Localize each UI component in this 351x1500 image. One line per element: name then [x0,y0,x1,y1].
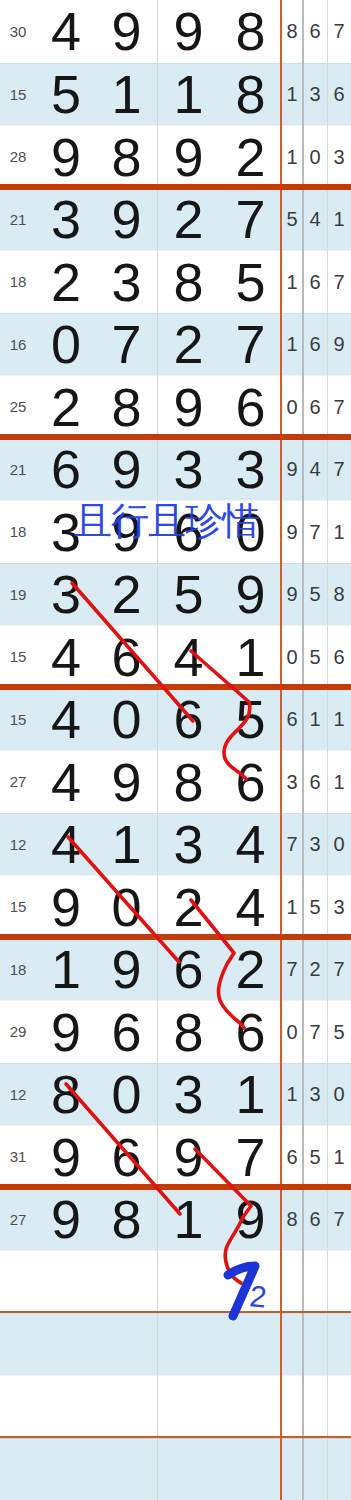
trend-row: 213927541 [0,188,351,251]
digit-cell: 3 [36,192,95,246]
digit-cell: 6 [95,1130,157,1184]
trend-row: 274986361 [0,750,351,813]
trend-row: 181962727 [0,938,351,1001]
extra-digit-cell: 5 [281,209,303,229]
extra-digit-cell: 1 [327,709,351,729]
trend-row: 319697651 [0,1125,351,1188]
digit-cell: 8 [36,1067,95,1121]
row-sum-label: 27 [0,1212,36,1227]
row-sum-label: 21 [0,212,36,227]
row-sum-label: 30 [0,24,36,39]
extra-digit-cell: 6 [327,84,351,104]
digit-cell: 2 [157,192,219,246]
digit-cell: 1 [36,942,95,996]
row-sum-label: 19 [0,587,36,602]
digit-cell: 8 [95,1192,157,1246]
row-sum-label: 18 [0,274,36,289]
trend-row: 154065611 [0,688,351,751]
row-sum-label: 12 [0,837,36,852]
extra-digit-cell: 9 [281,459,303,479]
extra-digit-cell: 1 [281,272,303,292]
grid-vline-orange [280,0,282,1500]
extra-digit-cell: 7 [327,959,351,979]
digit-cell: 8 [95,380,157,434]
extra-digit-cell: 3 [327,147,351,167]
trend-row: 182385167 [0,250,351,313]
extra-digit-cell: 7 [281,834,303,854]
row-sum-label: 15 [0,712,36,727]
digit-cell: 3 [36,567,95,621]
digit-cell: 1 [95,67,157,121]
extra-digit-cell: 6 [281,1147,303,1167]
trend-row: 159024153 [0,875,351,938]
extra-digit-cell: 0 [327,1084,351,1104]
extra-digit-cell: 4 [303,459,327,479]
footer-rule [0,1311,351,1313]
row-sum-label: 27 [0,774,36,789]
trend-row: 304998867 [0,0,351,63]
extra-digit-cell: 6 [303,334,327,354]
extra-digit-cell: 7 [281,959,303,979]
extra-digit-cell: 0 [281,647,303,667]
extra-digit-cell: 8 [281,21,303,41]
trend-row: 128031130 [0,1063,351,1126]
extra-digit-cell: 1 [281,1084,303,1104]
digit-cell: 7 [219,317,281,371]
digit-cell: 9 [157,380,219,434]
trend-row: 289892103 [0,125,351,188]
extra-digit-cell: 1 [327,772,351,792]
extra-digit-cell: 9 [281,522,303,542]
digit-cell: 9 [36,1130,95,1184]
row-sum-label: 28 [0,149,36,164]
digit-cell: 1 [219,630,281,684]
trend-row: 279819867 [0,1188,351,1251]
digit-cell: 9 [36,880,95,934]
extra-digit-cell: 1 [281,334,303,354]
extra-digit-cell: 6 [303,1209,327,1229]
digit-cell: 9 [219,1192,281,1246]
extra-digit-cell: 6 [327,647,351,667]
extra-digit-cell: 0 [327,834,351,854]
digit-cell: 4 [36,630,95,684]
extra-digit-cell: 3 [303,1084,327,1104]
trend-row: 124134730 [0,813,351,876]
group-separator [0,434,351,440]
row-sum-label: 18 [0,524,36,539]
trend-row: 299686075 [0,1000,351,1063]
footer-rule [0,1436,351,1438]
extra-digit-cell: 3 [327,897,351,917]
trend-row: 216933947 [0,438,351,501]
extra-digit-cell: 4 [303,209,327,229]
digit-cell: 5 [219,692,281,746]
digit-cell: 2 [219,130,281,184]
digit-cell: 7 [95,317,157,371]
digit-cell: 1 [95,817,157,871]
extra-digit-cell: 6 [303,272,327,292]
extra-digit-cell: 7 [327,1209,351,1229]
digit-cell: 8 [219,67,281,121]
digit-cell: 2 [36,380,95,434]
extra-digit-cell: 6 [303,21,327,41]
extra-digit-cell: 1 [281,147,303,167]
extra-digit-cell: 3 [303,84,327,104]
extra-digit-cell: 7 [327,459,351,479]
watermark-text: 且行且珍惜 [74,496,259,547]
group-separator [0,1184,351,1190]
empty-row [0,1438,351,1500]
digit-cell: 6 [36,442,95,496]
row-sum-label: 31 [0,1149,36,1164]
grid-vline-light-gray [327,0,328,1500]
trend-row: 193259958 [0,563,351,626]
digit-cell: 5 [36,67,95,121]
digit-cell: 9 [157,4,219,58]
digit-cell: 9 [95,192,157,246]
digit-cell: 6 [157,692,219,746]
digit-cell: 1 [157,67,219,121]
digit-cell: 4 [36,692,95,746]
extra-digit-cell: 1 [281,84,303,104]
extra-digit-cell: 7 [327,21,351,41]
extra-digit-cell: 6 [281,709,303,729]
digit-cell: 2 [157,880,219,934]
digit-cell: 6 [219,1005,281,1059]
digit-cell: 3 [219,442,281,496]
extra-digit-cell: 7 [303,1022,327,1042]
digit-cell: 4 [219,817,281,871]
extra-digit-cell: 1 [281,897,303,917]
digit-cell: 1 [219,1067,281,1121]
extra-digit-cell: 1 [327,522,351,542]
trend-row: 154641056 [0,625,351,688]
group-separator [0,684,351,690]
digit-cell: 8 [157,1005,219,1059]
extra-digit-cell: 6 [303,772,327,792]
digit-cell: 2 [36,255,95,309]
digit-cell: 2 [95,567,157,621]
digit-cell: 3 [95,255,157,309]
digit-cell: 6 [95,630,157,684]
digit-cell: 7 [219,1130,281,1184]
extra-digit-cell: 9 [327,334,351,354]
row-sum-label: 15 [0,649,36,664]
digit-cell: 9 [95,4,157,58]
digit-cell: 0 [36,317,95,371]
digit-cell: 0 [95,880,157,934]
rows-container: 3049988671551181362898921032139275411823… [0,0,351,1500]
extra-digit-cell: 7 [327,272,351,292]
extra-digit-cell: 5 [303,1147,327,1167]
row-sum-label: 16 [0,337,36,352]
extra-digit-cell: 5 [303,897,327,917]
digit-cell: 8 [219,4,281,58]
digit-cell: 3 [157,1067,219,1121]
digit-cell: 7 [219,192,281,246]
group-separator [0,184,351,190]
extra-digit-cell: 0 [303,147,327,167]
digit-cell: 4 [157,630,219,684]
digit-cell: 6 [157,942,219,996]
digit-cell: 0 [95,1067,157,1121]
extra-digit-cell: 3 [281,772,303,792]
digit-cell: 5 [157,567,219,621]
row-sum-label: 15 [0,87,36,102]
digit-cell: 9 [36,1192,95,1246]
trend-row: 160727169 [0,313,351,376]
row-sum-label: 15 [0,899,36,914]
extra-digit-cell: 1 [327,1147,351,1167]
digit-cell: 8 [95,130,157,184]
extra-digit-cell: 8 [327,584,351,604]
digit-cell: 2 [157,317,219,371]
digit-cell: 9 [219,567,281,621]
digit-cell: 6 [219,380,281,434]
empty-row [0,1375,351,1438]
trend-row: 155118136 [0,63,351,126]
extra-digit-cell: 1 [327,209,351,229]
digit-cell: 9 [36,130,95,184]
extra-digit-cell: 1 [303,709,327,729]
digit-cell: 0 [95,692,157,746]
digit-cell: 4 [219,880,281,934]
row-sum-label: 29 [0,1024,36,1039]
digit-cell: 6 [219,755,281,809]
extra-digit-cell: 5 [327,1022,351,1042]
digit-cell: 3 [157,442,219,496]
extra-digit-cell: 0 [281,1022,303,1042]
extra-digit-cell: 9 [281,584,303,604]
digit-cell: 5 [219,255,281,309]
extra-digit-cell: 7 [327,397,351,417]
digit-cell: 2 [219,942,281,996]
grid-vline-gray [302,0,304,1500]
extra-digit-cell: 2 [303,959,327,979]
row-sum-label: 12 [0,1087,36,1102]
digit-cell: 3 [157,817,219,871]
digit-cell: 1 [157,1192,219,1246]
row-sum-label: 18 [0,962,36,977]
row-sum-label: 25 [0,399,36,414]
empty-row [0,1250,351,1313]
digit-cell: 4 [36,817,95,871]
digit-cell: 8 [157,255,219,309]
grid-vline-middle [157,0,158,1500]
extra-digit-cell: 7 [303,522,327,542]
digit-cell: 9 [95,755,157,809]
extra-digit-cell: 5 [303,647,327,667]
extra-digit-cell: 6 [303,397,327,417]
trend-row: 252896067 [0,375,351,438]
digit-cell: 9 [157,130,219,184]
digit-cell: 8 [157,755,219,809]
empty-row [0,1313,351,1376]
digit-cell: 9 [157,1130,219,1184]
extra-digit-cell: 3 [303,834,327,854]
digit-cell: 4 [36,4,95,58]
extra-digit-cell: 8 [281,1209,303,1229]
digit-cell: 4 [36,755,95,809]
extra-digit-cell: 5 [303,584,327,604]
extra-digit-cell: 0 [281,397,303,417]
row-sum-label: 21 [0,462,36,477]
digit-cell: 6 [95,1005,157,1059]
digit-cell: 9 [36,1005,95,1059]
lottery-trend-chart: 3049988671551181362898921032139275411823… [0,0,351,1500]
group-separator [0,934,351,940]
digit-cell: 9 [95,442,157,496]
digit-cell: 9 [95,942,157,996]
